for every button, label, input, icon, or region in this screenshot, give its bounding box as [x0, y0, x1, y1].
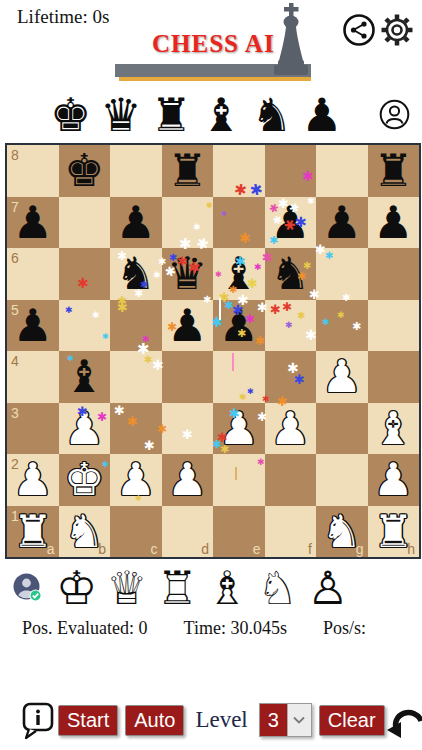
square-h6[interactable] — [368, 248, 420, 300]
board-grid: 8♚♜♜7♟♟♟♟♟6♞♛♝♞5♟♟♟4♝♟3♟♟♟♝2♟♚♟♟♟1a♜b♞cd… — [7, 145, 419, 557]
square-e5[interactable]: ♟ — [213, 300, 265, 352]
square-b1[interactable]: b♞ — [59, 506, 111, 558]
square-c5[interactable] — [110, 300, 162, 352]
square-f5[interactable] — [265, 300, 317, 352]
piece-white-p-c2[interactable]: ♟ — [116, 457, 156, 502]
piece-black-p-g7[interactable]: ♟ — [322, 200, 362, 245]
chevron-down-icon — [287, 704, 311, 736]
level-select[interactable]: 3 — [259, 703, 312, 737]
square-e8[interactable] — [213, 145, 265, 197]
piece-black-r-d8[interactable]: ♜ — [167, 148, 207, 193]
square-d5[interactable]: ♟ — [162, 300, 214, 352]
square-e6[interactable]: ♝ — [213, 248, 265, 300]
square-h4[interactable] — [368, 351, 420, 403]
white-queen-selector[interactable]: ♕ — [106, 565, 147, 611]
square-g3[interactable] — [316, 403, 368, 455]
piece-black-r-h8[interactable]: ♜ — [373, 148, 413, 193]
piece-black-p-h7[interactable]: ♟ — [373, 200, 413, 245]
square-e2[interactable] — [213, 454, 265, 506]
file-label: g — [356, 541, 364, 557]
lifetime-label: Lifetime: 0s — [17, 6, 109, 28]
rank-label: 1 — [11, 508, 19, 524]
piece-black-b-e6[interactable]: ♝ — [219, 251, 259, 296]
king-silhouette-icon — [268, 2, 314, 84]
square-b3[interactable]: ♟ — [59, 403, 111, 455]
square-h1[interactable]: h♜ — [368, 506, 420, 558]
square-d7[interactable] — [162, 197, 214, 249]
square-d6[interactable]: ♛ — [162, 248, 214, 300]
file-label: f — [308, 541, 312, 557]
square-c2[interactable]: ♟ — [110, 454, 162, 506]
time-label: Time: 30.045s — [184, 618, 287, 639]
piece-white-p-d2[interactable]: ♟ — [167, 457, 207, 502]
piece-white-p-e3[interactable]: ♟ — [219, 406, 259, 451]
square-b5[interactable] — [59, 300, 111, 352]
square-f8[interactable] — [265, 145, 317, 197]
level-select-value: 3 — [260, 704, 287, 736]
white-pawn-selector[interactable]: ♙ — [307, 565, 348, 611]
square-h2[interactable]: ♟ — [368, 454, 420, 506]
square-f4[interactable] — [265, 351, 317, 403]
black-pawn-selector[interactable]: ♟ — [301, 92, 342, 138]
share-icon[interactable] — [342, 13, 376, 47]
chess-board: 8♚♜♜7♟♟♟♟♟6♞♛♝♞5♟♟♟4♝♟3♟♟♟♝2♟♚♟♟♟1a♜b♞cd… — [5, 143, 421, 559]
piece-white-b-h3[interactable]: ♝ — [373, 406, 413, 451]
piece-black-p-c7[interactable]: ♟ — [116, 200, 156, 245]
rank-label: 2 — [11, 456, 19, 472]
piece-white-k-b2[interactable]: ♚ — [64, 457, 104, 502]
square-e1[interactable]: e — [213, 506, 265, 558]
black-piece-tray: ♚ ♛ ♜ ♝ ♞ ♟ — [0, 86, 422, 143]
square-c4[interactable] — [110, 351, 162, 403]
square-g5[interactable] — [316, 300, 368, 352]
rank-label: 6 — [11, 250, 19, 266]
square-c8[interactable] — [110, 145, 162, 197]
white-piece-tray: ♔ ♕ ♖ ♗ ♘ ♙ — [0, 559, 422, 616]
black-rook-selector[interactable]: ♜ — [151, 92, 192, 138]
square-a1[interactable]: 1a♜ — [7, 506, 59, 558]
positions-evaluated-label: Pos. Evaluated: 0 — [22, 618, 147, 639]
square-h8[interactable]: ♜ — [368, 145, 420, 197]
toolbar: Start Auto Level 3 Clear — [0, 698, 422, 742]
auto-button[interactable]: Auto — [125, 705, 184, 736]
square-b6[interactable] — [59, 248, 111, 300]
square-d3[interactable] — [162, 403, 214, 455]
square-g6[interactable] — [316, 248, 368, 300]
square-h3[interactable]: ♝ — [368, 403, 420, 455]
undo-arrow-icon[interactable] — [385, 701, 422, 739]
square-h5[interactable] — [368, 300, 420, 352]
rank-label: 3 — [11, 405, 19, 421]
white-rook-selector[interactable]: ♖ — [157, 565, 198, 611]
gear-icon[interactable] — [379, 12, 415, 48]
square-c3[interactable] — [110, 403, 162, 455]
square-a5[interactable]: 5♟ — [7, 300, 59, 352]
black-king-selector[interactable]: ♚ — [50, 92, 91, 138]
square-b4[interactable]: ♝ — [59, 351, 111, 403]
black-profile-icon[interactable] — [379, 99, 410, 130]
square-a7[interactable]: 7♟ — [7, 197, 59, 249]
piece-black-p-d5[interactable]: ♟ — [167, 303, 207, 348]
square-b7[interactable] — [59, 197, 111, 249]
black-bishop-selector[interactable]: ♝ — [201, 92, 242, 138]
square-d1[interactable]: d — [162, 506, 214, 558]
square-f3[interactable]: ♟ — [265, 403, 317, 455]
piece-black-n-c6[interactable]: ♞ — [116, 251, 156, 296]
square-b2[interactable]: ♚ — [59, 454, 111, 506]
black-knight-selector[interactable]: ♞ — [251, 92, 292, 138]
square-a3[interactable]: 3 — [7, 403, 59, 455]
rank-label: 4 — [11, 353, 19, 369]
piece-black-b-b4[interactable]: ♝ — [64, 354, 104, 399]
square-d4[interactable] — [162, 351, 214, 403]
square-a2[interactable]: 2♟ — [7, 454, 59, 506]
status-row: Pos. Evaluated: 0 Time: 30.045s Pos/s: — [0, 616, 422, 642]
square-g2[interactable] — [316, 454, 368, 506]
square-b8[interactable]: ♚ — [59, 145, 111, 197]
piece-white-p-f3[interactable]: ♟ — [270, 406, 310, 451]
piece-black-p-f7[interactable]: ♟ — [270, 200, 310, 245]
square-e3[interactable]: ♟ — [213, 403, 265, 455]
square-a4[interactable]: 4 — [7, 351, 59, 403]
square-c1[interactable]: c — [110, 506, 162, 558]
file-label: d — [201, 541, 209, 557]
white-avatar-checked-icon[interactable] — [12, 572, 43, 603]
rank-label: 5 — [11, 302, 19, 318]
piece-white-p-b3[interactable]: ♟ — [64, 406, 104, 451]
file-label: h — [407, 541, 415, 557]
square-g1[interactable]: g♞ — [316, 506, 368, 558]
piece-white-p-h2[interactable]: ♟ — [373, 457, 413, 502]
square-c7[interactable]: ♟ — [110, 197, 162, 249]
square-e4[interactable] — [213, 351, 265, 403]
start-button[interactable]: Start — [58, 705, 118, 736]
file-label: e — [253, 541, 261, 557]
white-king-selector[interactable]: ♔ — [56, 565, 97, 611]
header: Lifetime: 0s CHESS AI — [0, 0, 422, 86]
file-label: c — [151, 541, 158, 557]
piece-black-q-d6[interactable]: ♛ — [167, 251, 207, 296]
rank-label: 8 — [11, 147, 19, 163]
square-f6[interactable]: ♞ — [265, 248, 317, 300]
square-d8[interactable]: ♜ — [162, 145, 214, 197]
square-a6[interactable]: 6 — [7, 248, 59, 300]
piece-black-n-f6[interactable]: ♞ — [270, 251, 310, 296]
black-queen-selector[interactable]: ♛ — [100, 92, 141, 138]
square-f7[interactable]: ♟ — [265, 197, 317, 249]
square-f2[interactable] — [265, 454, 317, 506]
piece-black-p-e5[interactable]: ♟ — [219, 303, 259, 348]
clear-button[interactable]: Clear — [319, 705, 385, 736]
square-g8[interactable] — [316, 145, 368, 197]
square-f1[interactable]: f — [265, 506, 317, 558]
square-h7[interactable]: ♟ — [368, 197, 420, 249]
app-title: CHESS AI — [152, 30, 275, 58]
white-knight-selector[interactable]: ♘ — [257, 565, 298, 611]
file-label: a — [47, 541, 55, 557]
square-a8[interactable]: 8 — [7, 145, 59, 197]
square-c6[interactable]: ♞ — [110, 248, 162, 300]
level-label: Level — [195, 707, 247, 733]
piece-white-p-g4[interactable]: ♟ — [322, 354, 362, 399]
square-g7[interactable]: ♟ — [316, 197, 368, 249]
square-g4[interactable]: ♟ — [316, 351, 368, 403]
piece-black-k-b8[interactable]: ♚ — [64, 148, 104, 193]
pos-per-second-label: Pos/s: — [323, 618, 366, 639]
square-d2[interactable]: ♟ — [162, 454, 214, 506]
rank-label: 7 — [11, 199, 19, 215]
white-bishop-selector[interactable]: ♗ — [207, 565, 248, 611]
square-e7[interactable] — [213, 197, 265, 249]
file-label: b — [98, 541, 106, 557]
info-bubble-icon[interactable] — [18, 698, 58, 742]
